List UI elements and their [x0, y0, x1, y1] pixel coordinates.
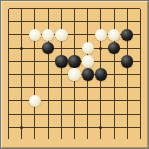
board-intersection[interactable] — [55, 15, 68, 28]
board-intersection[interactable] — [42, 42, 55, 55]
black-stone — [95, 68, 107, 80]
board-intersection[interactable] — [55, 55, 68, 68]
screenshot-stage — [0, 0, 149, 149]
star-point — [99, 126, 102, 129]
board-intersection[interactable] — [15, 55, 28, 68]
board-intersection[interactable] — [121, 2, 134, 15]
board-intersection[interactable] — [2, 42, 15, 55]
board-intersection[interactable] — [68, 108, 81, 121]
board-intersection[interactable] — [108, 108, 121, 121]
board-intersection[interactable] — [15, 68, 28, 81]
black-stone — [82, 68, 94, 80]
board-edge-line-stub — [81, 134, 94, 139]
white-stone — [55, 29, 67, 41]
board-intersection[interactable] — [42, 15, 55, 28]
board-edge-line-stub — [121, 134, 134, 139]
board-intersection[interactable] — [28, 55, 41, 68]
board-edge-line-stub — [108, 134, 121, 139]
board-edge-line-stub — [2, 134, 15, 139]
white-stone — [95, 29, 107, 41]
board-intersection[interactable] — [2, 121, 15, 134]
board-intersection[interactable] — [108, 42, 121, 55]
star-point — [20, 47, 23, 50]
board-intersection[interactable] — [108, 121, 121, 134]
board-intersection[interactable] — [108, 28, 121, 41]
board-intersection[interactable] — [121, 68, 134, 81]
star-point — [99, 47, 102, 50]
board-intersection[interactable] — [134, 15, 147, 28]
board-intersection[interactable] — [2, 28, 15, 41]
board-edge-line-stub — [15, 134, 28, 139]
board-intersection[interactable] — [94, 108, 107, 121]
board-intersection[interactable] — [108, 55, 121, 68]
board-intersection[interactable] — [55, 68, 68, 81]
board-intersection[interactable] — [134, 94, 147, 107]
board-intersection[interactable] — [121, 121, 134, 134]
board-intersection[interactable] — [15, 108, 28, 121]
board-intersection[interactable] — [134, 81, 147, 94]
board-intersection[interactable] — [94, 28, 107, 41]
board-intersection[interactable] — [42, 81, 55, 94]
board-intersection[interactable] — [28, 68, 41, 81]
board-intersection[interactable] — [68, 2, 81, 15]
board-intersection[interactable] — [42, 28, 55, 41]
board-intersection[interactable] — [68, 15, 81, 28]
board-intersection[interactable] — [81, 68, 94, 81]
board-edge-line-stub — [42, 134, 55, 139]
black-stone — [121, 29, 133, 41]
board-intersection[interactable] — [94, 2, 107, 15]
black-stone — [108, 42, 120, 54]
board-intersection[interactable] — [121, 28, 134, 41]
white-stone — [29, 95, 41, 107]
board-intersection[interactable] — [134, 2, 147, 15]
black-stone — [121, 55, 133, 67]
board-intersection[interactable] — [121, 94, 134, 107]
board-edge-line-stub — [55, 134, 68, 139]
black-stone — [42, 42, 54, 54]
board-intersection[interactable] — [81, 28, 94, 41]
white-stone — [82, 55, 94, 67]
white-stone — [29, 29, 41, 41]
board-intersection[interactable] — [121, 55, 134, 68]
board-intersection[interactable] — [42, 121, 55, 134]
board-intersection[interactable] — [55, 42, 68, 55]
white-stone — [82, 42, 94, 54]
go-board — [0, 0, 149, 149]
board-intersection[interactable] — [55, 121, 68, 134]
board-intersection[interactable] — [2, 55, 15, 68]
board-intersection[interactable] — [94, 81, 107, 94]
board-intersection[interactable] — [134, 108, 147, 121]
board-grid — [2, 2, 147, 139]
board-intersection[interactable] — [94, 121, 107, 134]
board-intersection[interactable] — [28, 108, 41, 121]
board-intersection[interactable] — [15, 81, 28, 94]
board-intersection[interactable] — [28, 15, 41, 28]
board-intersection[interactable] — [28, 81, 41, 94]
board-intersection[interactable] — [94, 94, 107, 107]
board-intersection[interactable] — [42, 55, 55, 68]
board-edge-line-stub — [134, 134, 147, 139]
board-intersection[interactable] — [55, 2, 68, 15]
board-intersection[interactable] — [55, 81, 68, 94]
board-intersection[interactable] — [15, 94, 28, 107]
board-intersection[interactable] — [81, 81, 94, 94]
board-intersection[interactable] — [2, 15, 15, 28]
board-intersection[interactable] — [81, 55, 94, 68]
board-intersection[interactable] — [68, 42, 81, 55]
board-intersection[interactable] — [28, 42, 41, 55]
board-intersection[interactable] — [94, 15, 107, 28]
white-stone — [108, 29, 120, 41]
board-intersection[interactable] — [15, 28, 28, 41]
board-intersection[interactable] — [94, 55, 107, 68]
board-intersection[interactable] — [55, 94, 68, 107]
board-intersection[interactable] — [68, 28, 81, 41]
board-intersection[interactable] — [15, 121, 28, 134]
board-intersection[interactable] — [28, 2, 41, 15]
board-intersection[interactable] — [121, 81, 134, 94]
board-intersection[interactable] — [121, 15, 134, 28]
board-intersection[interactable] — [108, 15, 121, 28]
board-intersection[interactable] — [2, 108, 15, 121]
board-intersection[interactable] — [134, 68, 147, 81]
board-intersection[interactable] — [68, 94, 81, 107]
board-intersection[interactable] — [42, 108, 55, 121]
board-intersection[interactable] — [81, 42, 94, 55]
board-intersection[interactable] — [121, 108, 134, 121]
board-intersection[interactable] — [42, 68, 55, 81]
board-intersection[interactable] — [134, 121, 147, 134]
board-intersection[interactable] — [81, 108, 94, 121]
board-intersection[interactable] — [2, 2, 15, 15]
board-intersection[interactable] — [81, 121, 94, 134]
board-intersection[interactable] — [42, 2, 55, 15]
board-intersection[interactable] — [2, 94, 15, 107]
board-intersection[interactable] — [108, 68, 121, 81]
board-edge-line-stub — [28, 134, 41, 139]
star-point — [20, 126, 23, 129]
board-intersection[interactable] — [108, 2, 121, 15]
board-intersection[interactable] — [94, 42, 107, 55]
black-stone — [55, 55, 67, 67]
board-edge-line-stub — [94, 134, 107, 139]
board-intersection[interactable] — [81, 15, 94, 28]
board-intersection[interactable] — [55, 28, 68, 41]
board-intersection[interactable] — [15, 42, 28, 55]
board-intersection[interactable] — [134, 55, 147, 68]
board-intersection[interactable] — [68, 68, 81, 81]
board-intersection[interactable] — [68, 55, 81, 68]
board-intersection[interactable] — [28, 121, 41, 134]
board-intersection[interactable] — [42, 94, 55, 107]
board-intersection[interactable] — [108, 94, 121, 107]
board-intersection[interactable] — [2, 68, 15, 81]
board-intersection[interactable] — [108, 81, 121, 94]
board-intersection[interactable] — [2, 81, 15, 94]
board-intersection[interactable] — [81, 94, 94, 107]
board-intersection[interactable] — [134, 42, 147, 55]
board-intersection[interactable] — [121, 42, 134, 55]
board-intersection[interactable] — [15, 15, 28, 28]
board-intersection[interactable] — [28, 94, 41, 107]
white-stone — [42, 29, 54, 41]
board-intersection[interactable] — [28, 28, 41, 41]
board-edge-line-stub — [68, 134, 81, 139]
board-intersection[interactable] — [55, 108, 68, 121]
board-intersection[interactable] — [94, 68, 107, 81]
black-stone — [68, 55, 80, 67]
board-intersection[interactable] — [81, 2, 94, 15]
board-intersection[interactable] — [134, 28, 147, 41]
board-intersection[interactable] — [15, 2, 28, 15]
board-intersection[interactable] — [68, 81, 81, 94]
white-stone — [68, 68, 80, 80]
board-intersection[interactable] — [68, 121, 81, 134]
